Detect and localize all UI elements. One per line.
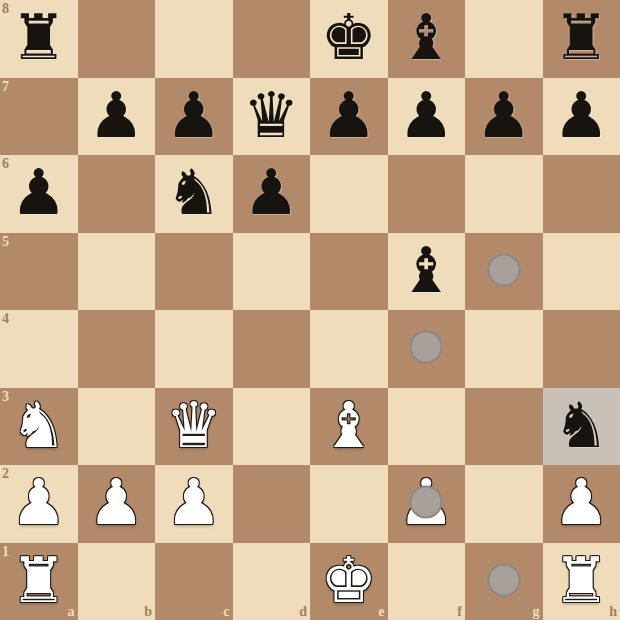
black-rook[interactable]: ♜: [11, 6, 67, 69]
square-b2[interactable]: ♟: [78, 465, 156, 543]
square-a8[interactable]: 8♜: [0, 0, 78, 78]
square-h6[interactable]: [543, 155, 620, 233]
file-label-b: b: [144, 605, 152, 619]
square-h4[interactable]: [543, 310, 620, 388]
square-d1[interactable]: d: [233, 543, 311, 620]
square-b8[interactable]: [78, 0, 156, 78]
black-bishop[interactable]: ♝: [398, 239, 454, 302]
square-a5[interactable]: 5: [0, 233, 78, 311]
rank-label-5: 5: [2, 235, 9, 249]
square-f6[interactable]: [388, 155, 466, 233]
square-c7[interactable]: ♟: [155, 78, 233, 156]
black-pawn[interactable]: ♟: [88, 84, 144, 147]
rank-label-4: 4: [2, 312, 9, 326]
square-f4[interactable]: [388, 310, 466, 388]
square-f8[interactable]: ♝: [388, 0, 466, 78]
move-hint-g1[interactable]: [487, 563, 520, 596]
file-label-h: h: [609, 605, 617, 619]
square-h3[interactable]: ♞: [543, 388, 620, 466]
square-e6[interactable]: [310, 155, 388, 233]
square-a2[interactable]: 2♟: [0, 465, 78, 543]
square-b1[interactable]: b: [78, 543, 156, 620]
chess-board: 8♜♚♝♜7♟♟♛♟♟♟♟6♟♞♟5♝43♞♛♝♞2♟♟♟♟♟1a♜bcde♚f…: [0, 0, 620, 620]
white-king[interactable]: ♚: [321, 549, 377, 612]
rank-label-6: 6: [2, 157, 9, 171]
square-d2[interactable]: [233, 465, 311, 543]
square-e4[interactable]: [310, 310, 388, 388]
black-pawn[interactable]: ♟: [321, 84, 377, 147]
square-c2[interactable]: ♟: [155, 465, 233, 543]
square-d7[interactable]: ♛: [233, 78, 311, 156]
square-g7[interactable]: ♟: [465, 78, 543, 156]
white-rook[interactable]: ♜: [553, 549, 609, 612]
square-g4[interactable]: [465, 310, 543, 388]
black-pawn[interactable]: ♟: [166, 84, 222, 147]
square-a3[interactable]: 3♞: [0, 388, 78, 466]
white-pawn[interactable]: ♟: [553, 471, 609, 534]
square-g6[interactable]: [465, 155, 543, 233]
square-a1[interactable]: 1a♜: [0, 543, 78, 620]
black-knight[interactable]: ♞: [166, 161, 222, 224]
square-h5[interactable]: [543, 233, 620, 311]
square-e3[interactable]: ♝: [310, 388, 388, 466]
square-f3[interactable]: [388, 388, 466, 466]
square-g5[interactable]: [465, 233, 543, 311]
square-h2[interactable]: ♟: [543, 465, 620, 543]
black-rook[interactable]: ♜: [553, 6, 609, 69]
square-g2[interactable]: [465, 465, 543, 543]
square-f2[interactable]: ♟: [388, 465, 466, 543]
black-pawn[interactable]: ♟: [476, 84, 532, 147]
square-b5[interactable]: [78, 233, 156, 311]
white-rook[interactable]: ♜: [11, 549, 67, 612]
square-c4[interactable]: [155, 310, 233, 388]
rank-label-2: 2: [2, 467, 9, 481]
square-g3[interactable]: [465, 388, 543, 466]
white-pawn[interactable]: ♟: [88, 471, 144, 534]
move-hint-g5[interactable]: [487, 253, 520, 286]
square-e8[interactable]: ♚: [310, 0, 388, 78]
square-c1[interactable]: c: [155, 543, 233, 620]
square-d3[interactable]: [233, 388, 311, 466]
square-b7[interactable]: ♟: [78, 78, 156, 156]
black-pawn[interactable]: ♟: [398, 84, 454, 147]
black-pawn[interactable]: ♟: [553, 84, 609, 147]
move-hint-f2[interactable]: [410, 486, 443, 519]
black-knight[interactable]: ♞: [553, 394, 609, 457]
square-g1[interactable]: g: [465, 543, 543, 620]
square-b4[interactable]: [78, 310, 156, 388]
square-c3[interactable]: ♛: [155, 388, 233, 466]
black-king[interactable]: ♚: [321, 6, 377, 69]
rank-label-7: 7: [2, 80, 9, 94]
file-label-f: f: [457, 605, 462, 619]
square-h7[interactable]: ♟: [543, 78, 620, 156]
square-f5[interactable]: ♝: [388, 233, 466, 311]
black-pawn[interactable]: ♟: [11, 161, 67, 224]
square-f7[interactable]: ♟: [388, 78, 466, 156]
square-d8[interactable]: [233, 0, 311, 78]
file-label-e: e: [378, 605, 384, 619]
white-pawn[interactable]: ♟: [166, 471, 222, 534]
square-e7[interactable]: ♟: [310, 78, 388, 156]
square-b6[interactable]: [78, 155, 156, 233]
square-c5[interactable]: [155, 233, 233, 311]
square-e1[interactable]: e♚: [310, 543, 388, 620]
square-d6[interactable]: ♟: [233, 155, 311, 233]
white-queen[interactable]: ♛: [166, 394, 222, 457]
move-hint-f4[interactable]: [410, 331, 443, 364]
square-c8[interactable]: [155, 0, 233, 78]
black-queen[interactable]: ♛: [243, 84, 299, 147]
square-a4[interactable]: 4: [0, 310, 78, 388]
rank-label-8: 8: [2, 2, 9, 16]
square-h8[interactable]: ♜: [543, 0, 620, 78]
square-b3[interactable]: [78, 388, 156, 466]
white-pawn[interactable]: ♟: [11, 471, 67, 534]
rank-label-3: 3: [2, 390, 9, 404]
square-c6[interactable]: ♞: [155, 155, 233, 233]
square-g8[interactable]: [465, 0, 543, 78]
square-h1[interactable]: h♜: [543, 543, 620, 620]
rank-label-1: 1: [2, 545, 9, 559]
square-d4[interactable]: [233, 310, 311, 388]
square-e5[interactable]: [310, 233, 388, 311]
file-label-c: c: [223, 605, 229, 619]
white-knight[interactable]: ♞: [11, 394, 67, 457]
square-a7[interactable]: 7: [0, 78, 78, 156]
square-e2[interactable]: [310, 465, 388, 543]
square-d5[interactable]: [233, 233, 311, 311]
black-bishop[interactable]: ♝: [398, 6, 454, 69]
square-f1[interactable]: f: [388, 543, 466, 620]
file-label-d: d: [299, 605, 307, 619]
file-label-g: g: [533, 605, 540, 619]
black-pawn[interactable]: ♟: [243, 161, 299, 224]
white-bishop[interactable]: ♝: [321, 394, 377, 457]
file-label-a: a: [68, 605, 75, 619]
square-a6[interactable]: 6♟: [0, 155, 78, 233]
